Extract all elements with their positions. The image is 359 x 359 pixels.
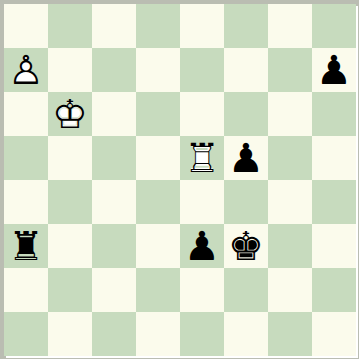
square-b6[interactable]: ♚♔ <box>48 92 92 136</box>
square-c1[interactable] <box>92 312 136 356</box>
square-d8[interactable] <box>136 4 180 48</box>
square-a3[interactable]: ♜ <box>4 224 48 268</box>
square-c5[interactable] <box>92 136 136 180</box>
square-g3[interactable] <box>268 224 312 268</box>
square-d3[interactable] <box>136 224 180 268</box>
chess-board: ♟♙♟♚♔♜♖♟♜♟♚ <box>4 4 356 356</box>
white-rook-outline: ♖ <box>180 136 224 180</box>
board-frame: ♟♙♟♚♔♜♖♟♜♟♚ <box>0 0 359 359</box>
piece-black-rook: ♜ <box>4 224 48 268</box>
square-c8[interactable] <box>92 4 136 48</box>
square-h3[interactable] <box>312 224 356 268</box>
square-f4[interactable] <box>224 180 268 224</box>
square-f1[interactable] <box>224 312 268 356</box>
square-a7[interactable]: ♟♙ <box>4 48 48 92</box>
square-a5[interactable] <box>4 136 48 180</box>
square-c2[interactable] <box>92 268 136 312</box>
piece-white-pawn: ♟♙ <box>4 48 48 92</box>
square-g4[interactable] <box>268 180 312 224</box>
square-g5[interactable] <box>268 136 312 180</box>
square-d7[interactable] <box>136 48 180 92</box>
black-pawn-glyph: ♟ <box>224 136 268 180</box>
black-pawn-glyph: ♟ <box>312 48 356 92</box>
square-e3[interactable]: ♟ <box>180 224 224 268</box>
black-pawn-glyph: ♟ <box>180 224 224 268</box>
white-pawn-outline: ♙ <box>4 48 48 92</box>
square-g6[interactable] <box>268 92 312 136</box>
square-c3[interactable] <box>92 224 136 268</box>
square-e5[interactable]: ♜♖ <box>180 136 224 180</box>
square-d2[interactable] <box>136 268 180 312</box>
square-f8[interactable] <box>224 4 268 48</box>
square-c7[interactable] <box>92 48 136 92</box>
square-f7[interactable] <box>224 48 268 92</box>
square-d4[interactable] <box>136 180 180 224</box>
square-e8[interactable] <box>180 4 224 48</box>
square-b7[interactable] <box>48 48 92 92</box>
square-e1[interactable] <box>180 312 224 356</box>
square-b8[interactable] <box>48 4 92 48</box>
square-h4[interactable] <box>312 180 356 224</box>
square-a1[interactable] <box>4 312 48 356</box>
piece-black-king: ♚ <box>224 224 268 268</box>
square-e2[interactable] <box>180 268 224 312</box>
square-a6[interactable] <box>4 92 48 136</box>
piece-white-king: ♚♔ <box>48 92 92 136</box>
square-d1[interactable] <box>136 312 180 356</box>
square-a8[interactable] <box>4 4 48 48</box>
piece-white-rook: ♜♖ <box>180 136 224 180</box>
piece-black-pawn: ♟ <box>312 48 356 92</box>
piece-black-pawn: ♟ <box>224 136 268 180</box>
square-a4[interactable] <box>4 180 48 224</box>
square-h2[interactable] <box>312 268 356 312</box>
square-f2[interactable] <box>224 268 268 312</box>
square-f6[interactable] <box>224 92 268 136</box>
square-b4[interactable] <box>48 180 92 224</box>
square-e6[interactable] <box>180 92 224 136</box>
white-king-outline: ♔ <box>48 92 92 136</box>
square-h7[interactable]: ♟ <box>312 48 356 92</box>
square-a2[interactable] <box>4 268 48 312</box>
square-h8[interactable] <box>312 4 356 48</box>
square-g7[interactable] <box>268 48 312 92</box>
square-b5[interactable] <box>48 136 92 180</box>
square-c6[interactable] <box>92 92 136 136</box>
square-g2[interactable] <box>268 268 312 312</box>
square-h5[interactable] <box>312 136 356 180</box>
square-f3[interactable]: ♚ <box>224 224 268 268</box>
square-f5[interactable]: ♟ <box>224 136 268 180</box>
square-b1[interactable] <box>48 312 92 356</box>
square-d5[interactable] <box>136 136 180 180</box>
square-g8[interactable] <box>268 4 312 48</box>
square-b3[interactable] <box>48 224 92 268</box>
square-e7[interactable] <box>180 48 224 92</box>
square-h6[interactable] <box>312 92 356 136</box>
square-e4[interactable] <box>180 180 224 224</box>
square-c4[interactable] <box>92 180 136 224</box>
black-rook-glyph: ♜ <box>4 224 48 268</box>
piece-black-pawn: ♟ <box>180 224 224 268</box>
square-d6[interactable] <box>136 92 180 136</box>
square-b2[interactable] <box>48 268 92 312</box>
black-king-glyph: ♚ <box>224 224 268 268</box>
square-g1[interactable] <box>268 312 312 356</box>
square-h1[interactable] <box>312 312 356 356</box>
